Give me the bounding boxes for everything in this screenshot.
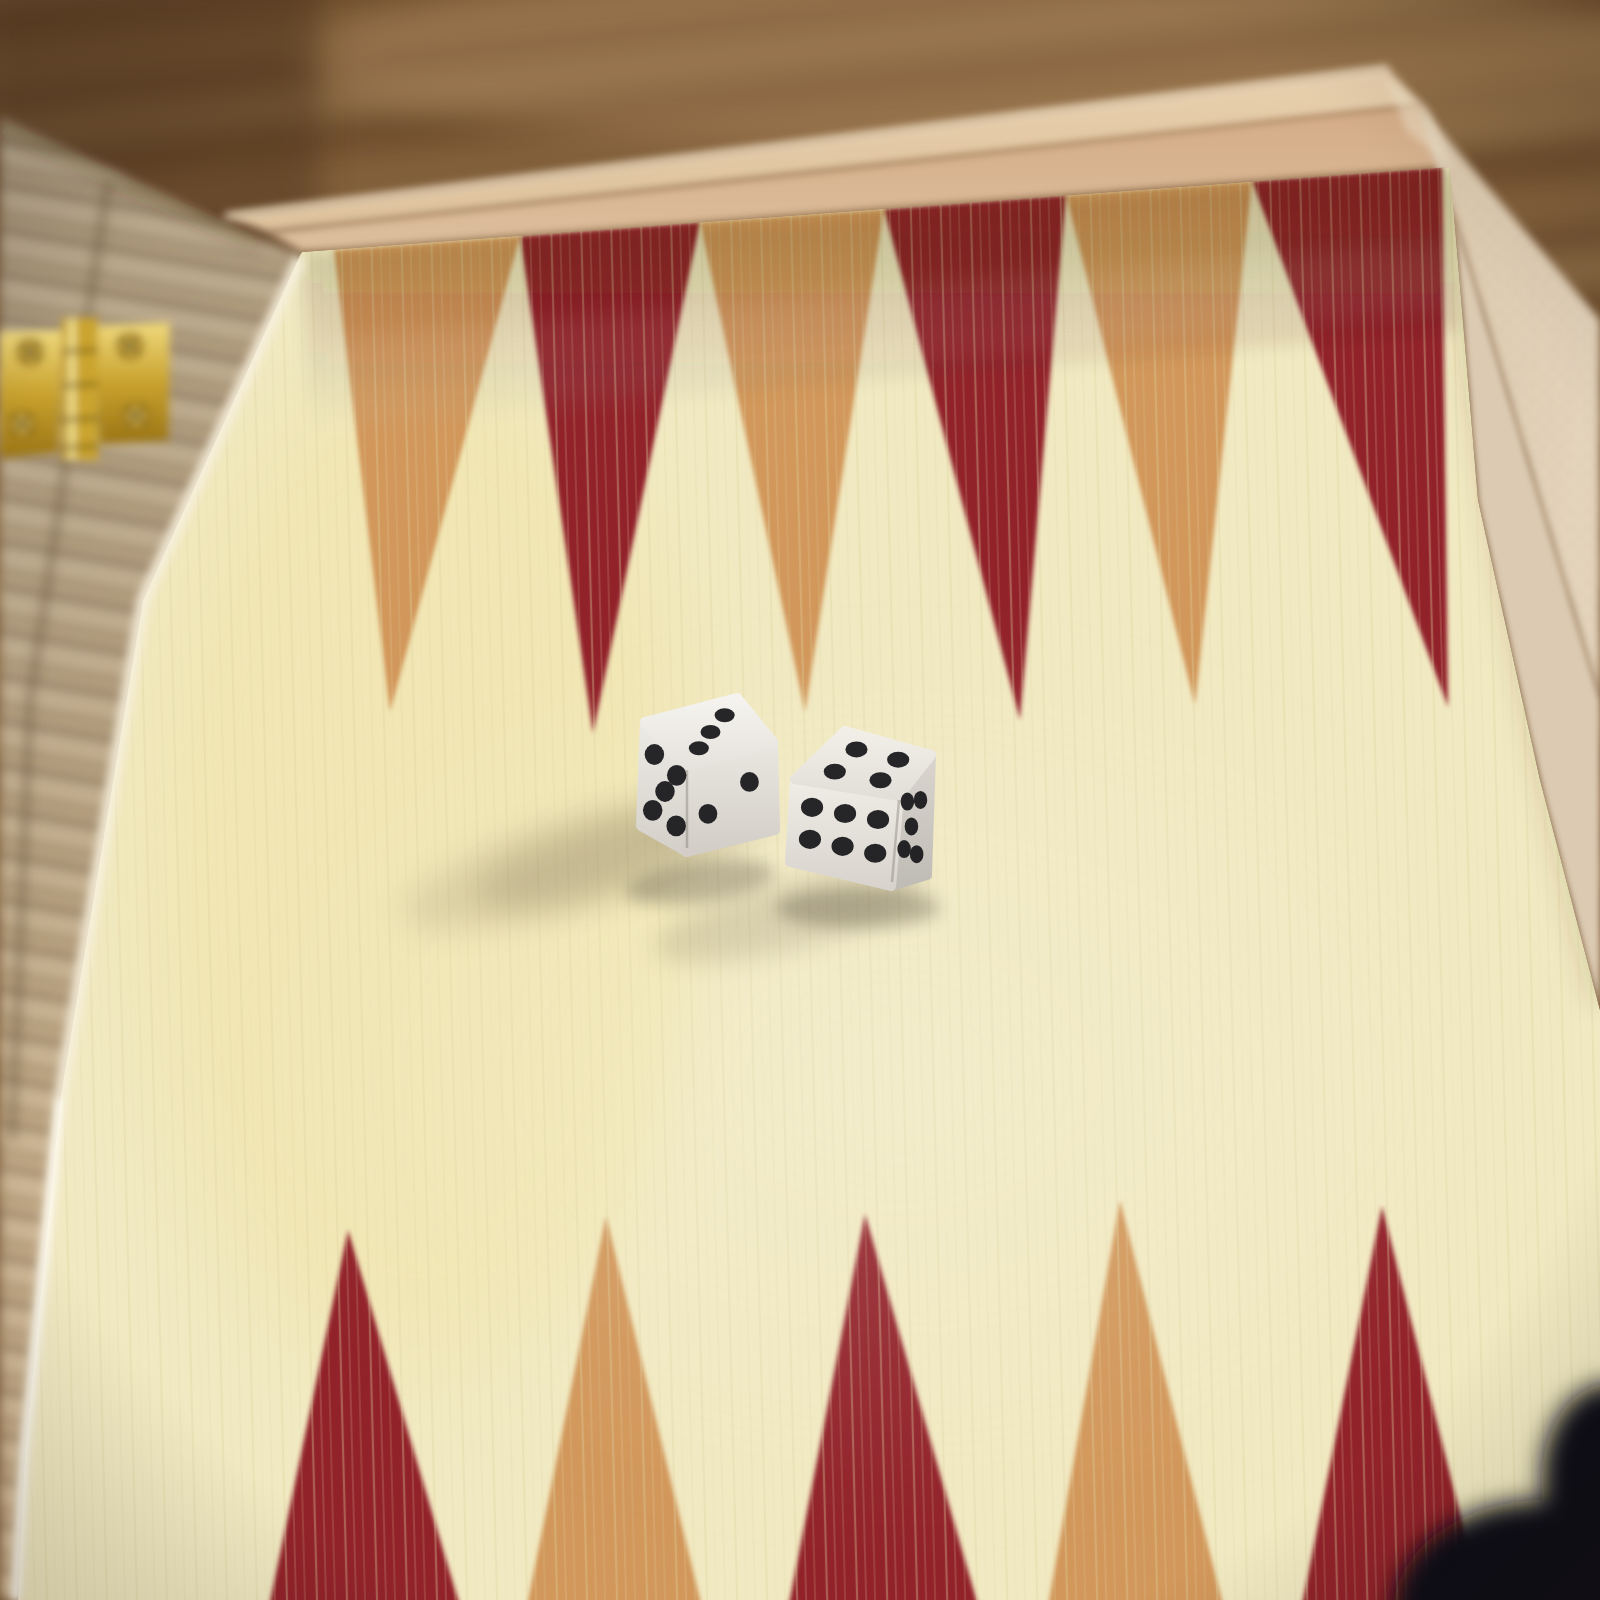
backgammon-photo: [0, 0, 1600, 1600]
scene: [0, 0, 1600, 1600]
vignette: [0, 0, 1600, 1600]
